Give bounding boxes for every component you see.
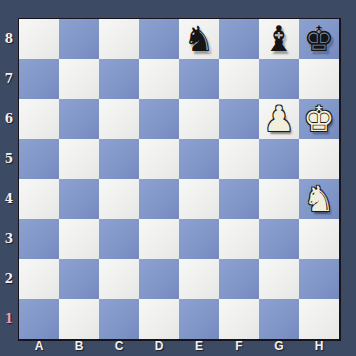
square-d4[interactable]	[139, 179, 179, 219]
square-c2[interactable]	[99, 259, 139, 299]
square-e5[interactable]	[179, 139, 219, 179]
square-c3[interactable]	[99, 219, 139, 259]
square-h7[interactable]	[299, 59, 339, 99]
file-labels: ABCDEFGH	[19, 339, 341, 356]
square-f4[interactable]	[219, 179, 259, 219]
square-h5[interactable]	[299, 139, 339, 179]
file-label-b: B	[59, 339, 99, 356]
square-h3[interactable]	[299, 219, 339, 259]
square-f1[interactable]	[219, 299, 259, 339]
chess-board: ♞♝♚♟♚♞	[18, 18, 341, 341]
square-d3[interactable]	[139, 219, 179, 259]
rank-label-2: 2	[0, 259, 18, 299]
square-h2[interactable]	[299, 259, 339, 299]
square-h1[interactable]	[299, 299, 339, 339]
square-g8[interactable]: ♝	[259, 19, 299, 59]
square-d7[interactable]	[139, 59, 179, 99]
rank-labels: 87654321	[0, 19, 18, 339]
square-g4[interactable]	[259, 179, 299, 219]
square-a1[interactable]	[19, 299, 59, 339]
square-c5[interactable]	[99, 139, 139, 179]
square-d6[interactable]	[139, 99, 179, 139]
square-f5[interactable]	[219, 139, 259, 179]
square-a7[interactable]	[19, 59, 59, 99]
black-king-h8[interactable]: ♚	[299, 19, 339, 59]
square-e2[interactable]	[179, 259, 219, 299]
square-c1[interactable]	[99, 299, 139, 339]
square-g7[interactable]	[259, 59, 299, 99]
square-b7[interactable]	[59, 59, 99, 99]
square-a3[interactable]	[19, 219, 59, 259]
square-e8[interactable]: ♞	[179, 19, 219, 59]
square-d8[interactable]	[139, 19, 179, 59]
square-f2[interactable]	[219, 259, 259, 299]
square-b2[interactable]	[59, 259, 99, 299]
square-e1[interactable]	[179, 299, 219, 339]
file-label-g: G	[259, 339, 299, 356]
square-b4[interactable]	[59, 179, 99, 219]
file-label-d: D	[139, 339, 179, 356]
square-e4[interactable]	[179, 179, 219, 219]
square-c6[interactable]	[99, 99, 139, 139]
rank-label-8: 8	[0, 19, 18, 59]
file-label-f: F	[219, 339, 259, 356]
square-d1[interactable]	[139, 299, 179, 339]
square-a2[interactable]	[19, 259, 59, 299]
square-h4[interactable]: ♞	[299, 179, 339, 219]
white-king-h6[interactable]: ♚	[299, 99, 339, 139]
square-a4[interactable]	[19, 179, 59, 219]
white-pawn-g6[interactable]: ♟	[259, 99, 299, 139]
square-b5[interactable]	[59, 139, 99, 179]
square-e7[interactable]	[179, 59, 219, 99]
file-label-c: C	[99, 339, 139, 356]
square-f8[interactable]	[219, 19, 259, 59]
square-e3[interactable]	[179, 219, 219, 259]
rank-label-1: 1	[0, 299, 18, 339]
square-g6[interactable]: ♟	[259, 99, 299, 139]
square-g1[interactable]	[259, 299, 299, 339]
file-label-h: H	[299, 339, 339, 356]
chess-board-frame: 87654321 ♞♝♚♟♚♞ ABCDEFGH	[0, 0, 356, 356]
square-h6[interactable]: ♚	[299, 99, 339, 139]
square-c8[interactable]	[99, 19, 139, 59]
rank-label-6: 6	[0, 99, 18, 139]
square-b1[interactable]	[59, 299, 99, 339]
rank-label-3: 3	[0, 219, 18, 259]
square-b8[interactable]	[59, 19, 99, 59]
square-d5[interactable]	[139, 139, 179, 179]
square-a6[interactable]	[19, 99, 59, 139]
rank-label-4: 4	[0, 179, 18, 219]
square-f3[interactable]	[219, 219, 259, 259]
square-f6[interactable]	[219, 99, 259, 139]
square-d2[interactable]	[139, 259, 179, 299]
rank-label-5: 5	[0, 139, 18, 179]
square-c4[interactable]	[99, 179, 139, 219]
square-h8[interactable]: ♚	[299, 19, 339, 59]
file-label-a: A	[19, 339, 59, 356]
square-g2[interactable]	[259, 259, 299, 299]
white-knight-h4[interactable]: ♞	[299, 179, 339, 219]
square-g3[interactable]	[259, 219, 299, 259]
rank-label-7: 7	[0, 59, 18, 99]
square-c7[interactable]	[99, 59, 139, 99]
square-e6[interactable]	[179, 99, 219, 139]
black-bishop-g8[interactable]: ♝	[259, 19, 299, 59]
black-knight-e8[interactable]: ♞	[179, 19, 219, 59]
square-g5[interactable]	[259, 139, 299, 179]
square-b3[interactable]	[59, 219, 99, 259]
square-a8[interactable]	[19, 19, 59, 59]
file-label-e: E	[179, 339, 219, 356]
square-a5[interactable]	[19, 139, 59, 179]
square-f7[interactable]	[219, 59, 259, 99]
square-b6[interactable]	[59, 99, 99, 139]
